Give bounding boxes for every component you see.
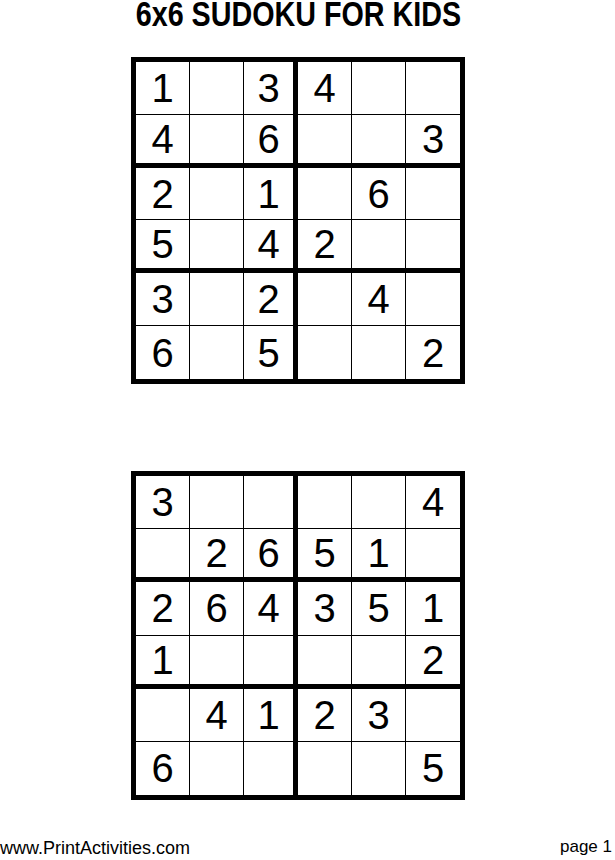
sudoku-cell-r3c2: 6 (190, 582, 244, 635)
sudoku-cell-r5c6 (406, 273, 460, 326)
sudoku-grid-top: 134463216542324652 (131, 57, 465, 384)
sudoku-cell-r5c6 (406, 689, 460, 742)
sudoku-cell-r4c5 (352, 636, 406, 689)
sudoku-cell-r6c4 (298, 742, 352, 795)
sudoku-cell-r6c2 (190, 326, 244, 379)
sudoku-cell-r2c3: 6 (244, 115, 298, 168)
sudoku-cell-r4c4 (298, 636, 352, 689)
sudoku-cell-r5c3: 1 (244, 689, 298, 742)
sudoku-cell-r3c5: 6 (352, 168, 406, 221)
sudoku-cell-r2c4: 5 (298, 529, 352, 582)
sudoku-cell-r4c2 (190, 636, 244, 689)
footer-website-text: www.PrintActivities.com (0, 838, 190, 858)
sudoku-cell-r6c3: 5 (244, 326, 298, 379)
sudoku-cell-r5c2: 4 (190, 689, 244, 742)
sudoku-cell-r6c1: 6 (136, 742, 190, 795)
sudoku-cell-r4c4: 2 (298, 220, 352, 273)
page-title-text: 6x6 SUDOKU FOR KIDS (135, 0, 460, 33)
sudoku-cell-r5c1 (136, 689, 190, 742)
sudoku-cell-r5c4 (298, 273, 352, 326)
sudoku-cell-r2c6: 3 (406, 115, 460, 168)
sudoku-cell-r2c1: 4 (136, 115, 190, 168)
sudoku-cell-r2c6 (406, 529, 460, 582)
sudoku-cell-r6c4 (298, 326, 352, 379)
sudoku-cell-r1c1: 1 (136, 62, 190, 115)
sudoku-cell-r2c5 (352, 115, 406, 168)
sudoku-cell-r2c4 (298, 115, 352, 168)
sudoku-cell-r1c4: 4 (298, 62, 352, 115)
sudoku-cell-r4c3: 4 (244, 220, 298, 273)
footer-page-number: page 1 (560, 837, 612, 857)
sudoku-cell-r3c3: 4 (244, 582, 298, 635)
sudoku-cell-r5c1: 3 (136, 273, 190, 326)
sudoku-cell-r1c6 (406, 62, 460, 115)
sudoku-cell-r5c4: 2 (298, 689, 352, 742)
sudoku-cell-r4c1: 5 (136, 220, 190, 273)
sudoku-cell-r4c6: 2 (406, 636, 460, 689)
sudoku-cell-r2c2: 2 (190, 529, 244, 582)
sudoku-cell-r6c6: 2 (406, 326, 460, 379)
sudoku-cell-r1c3 (244, 476, 298, 529)
sudoku-cell-r4c5 (352, 220, 406, 273)
sudoku-cell-r4c1: 1 (136, 636, 190, 689)
sudoku-cell-r3c6 (406, 168, 460, 221)
sudoku-cell-r4c6 (406, 220, 460, 273)
sudoku-cell-r3c1: 2 (136, 582, 190, 635)
sudoku-cell-r5c2 (190, 273, 244, 326)
sudoku-cell-r1c1: 3 (136, 476, 190, 529)
sudoku-cell-r3c2 (190, 168, 244, 221)
sudoku-cell-r3c1: 2 (136, 168, 190, 221)
sudoku-cell-r6c2 (190, 742, 244, 795)
sudoku-cell-r1c4 (298, 476, 352, 529)
sudoku-cell-r1c2 (190, 62, 244, 115)
worksheet-page: 6x6 SUDOKU FOR KIDS 134463216542324652 3… (0, 0, 615, 860)
sudoku-cell-r1c5 (352, 62, 406, 115)
sudoku-cell-r3c6: 1 (406, 582, 460, 635)
sudoku-cell-r3c4 (298, 168, 352, 221)
sudoku-cell-r4c3 (244, 636, 298, 689)
sudoku-cell-r6c1: 6 (136, 326, 190, 379)
page-title: 6x6 SUDOKU FOR KIDS (131, 0, 465, 37)
sudoku-cell-r3c4: 3 (298, 582, 352, 635)
sudoku-cell-r2c3: 6 (244, 529, 298, 582)
sudoku-grid-bottom: 34265126435112412365 (131, 471, 465, 800)
sudoku-cell-r5c5: 4 (352, 273, 406, 326)
sudoku-cell-r6c5 (352, 742, 406, 795)
sudoku-cell-r6c5 (352, 326, 406, 379)
sudoku-cell-r2c5: 1 (352, 529, 406, 582)
sudoku-cell-r3c3: 1 (244, 168, 298, 221)
sudoku-cell-r5c5: 3 (352, 689, 406, 742)
sudoku-cell-r1c2 (190, 476, 244, 529)
sudoku-cell-r4c2 (190, 220, 244, 273)
sudoku-cell-r2c1 (136, 529, 190, 582)
sudoku-cell-r5c3: 2 (244, 273, 298, 326)
sudoku-cell-r1c6: 4 (406, 476, 460, 529)
sudoku-cell-r2c2 (190, 115, 244, 168)
sudoku-cell-r3c5: 5 (352, 582, 406, 635)
sudoku-cell-r6c3 (244, 742, 298, 795)
sudoku-cell-r6c6: 5 (406, 742, 460, 795)
sudoku-cell-r1c5 (352, 476, 406, 529)
sudoku-cell-r1c3: 3 (244, 62, 298, 115)
